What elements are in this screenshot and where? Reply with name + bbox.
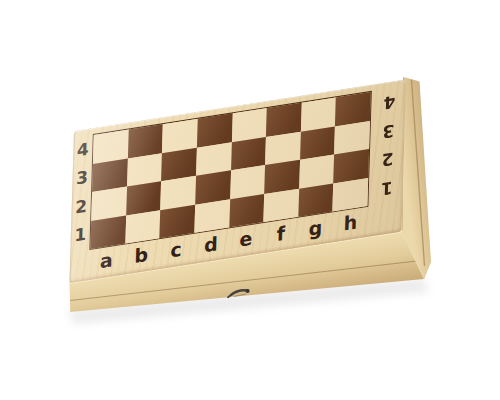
file-label-e: e [228,222,264,256]
rank-label-right-2: 2 [371,143,404,176]
rank-label-left-4: 4 [73,134,93,165]
rank-label-left-2: 2 [71,191,91,222]
file-label-f: f [263,217,299,251]
file-label-d: d [193,227,229,261]
rank-labels-left: 4321 [70,134,92,251]
rank-labels-right-upside-down: 4321 [370,86,405,205]
file-label-b: b [123,238,159,272]
rank-label-right-4: 4 [373,86,406,119]
file-label-h: h [333,206,369,240]
file-label-c: c [158,233,194,267]
file-label-a: a [89,244,125,278]
rank-label-left-1: 1 [70,220,90,251]
rank-label-right-1: 1 [370,171,403,204]
rank-label-left-3: 3 [72,163,92,194]
file-label-g: g [298,211,334,245]
product-photo-stage: 4321 4321 abcdefgh [0,0,500,400]
